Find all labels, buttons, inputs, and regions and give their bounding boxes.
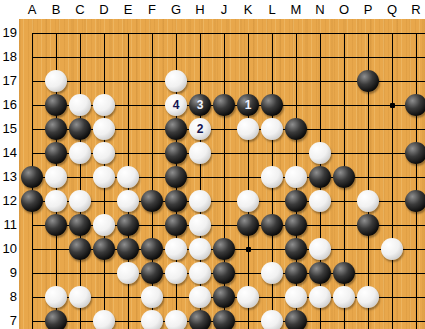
stone-black-A13[interactable]: [21, 166, 43, 188]
star-point-Q16: [390, 103, 395, 108]
stone-black-H7[interactable]: [189, 310, 211, 329]
column-label-E: E: [116, 0, 140, 19]
column-label-A: A: [20, 0, 44, 19]
stone-black-N13[interactable]: [309, 166, 331, 188]
stone-black-O9[interactable]: [333, 262, 355, 284]
stone-black-H16[interactable]: 3: [189, 94, 211, 116]
column-label-Q: Q: [380, 0, 404, 19]
stone-white-L13[interactable]: [261, 166, 283, 188]
stone-black-F9[interactable]: [141, 262, 163, 284]
stone-black-B11[interactable]: [45, 214, 67, 236]
column-label-F: F: [140, 0, 164, 19]
row-label-14: 14: [0, 141, 17, 165]
stone-white-F8[interactable]: [141, 286, 163, 308]
stone-white-E12[interactable]: [117, 190, 139, 212]
row-label-15: 15: [0, 117, 17, 141]
grid-vline-Q: [392, 33, 393, 329]
row-label-18: 18: [0, 45, 17, 69]
stone-white-D13[interactable]: [93, 166, 115, 188]
column-label-L: L: [260, 0, 284, 19]
stone-white-K12[interactable]: [237, 190, 259, 212]
stone-white-G7[interactable]: [165, 310, 187, 329]
stone-white-C8[interactable]: [69, 286, 91, 308]
grid-hline-19: [32, 33, 425, 34]
stone-white-K8[interactable]: [237, 286, 259, 308]
stone-white-E13[interactable]: [117, 166, 139, 188]
row-label-7: 7: [0, 309, 17, 329]
grid-vline-C: [80, 33, 81, 329]
stone-black-E11[interactable]: [117, 214, 139, 236]
stone-white-D11[interactable]: [93, 214, 115, 236]
stone-white-C12[interactable]: [69, 190, 91, 212]
stone-black-P17[interactable]: [357, 70, 379, 92]
stone-white-L15[interactable]: [261, 118, 283, 140]
stone-white-L9[interactable]: [261, 262, 283, 284]
stone-white-G16[interactable]: 4: [165, 94, 187, 116]
stone-white-H12[interactable]: [189, 190, 211, 212]
row-label-17: 17: [0, 69, 17, 93]
stone-black-B15[interactable]: [45, 118, 67, 140]
stone-black-G12[interactable]: [165, 190, 187, 212]
row-label-10: 10: [0, 237, 17, 261]
stone-white-B13[interactable]: [45, 166, 67, 188]
stone-black-G11[interactable]: [165, 214, 187, 236]
stone-black-M11[interactable]: [285, 214, 307, 236]
stone-white-K15[interactable]: [237, 118, 259, 140]
row-label-13: 13: [0, 165, 17, 189]
column-label-O: O: [332, 0, 356, 19]
grid-vline-K: [248, 33, 249, 329]
grid-vline-H: [200, 33, 201, 329]
stone-black-M15[interactable]: [285, 118, 307, 140]
stone-black-B7[interactable]: [45, 310, 67, 329]
stone-white-F7[interactable]: [141, 310, 163, 329]
row-label-9: 9: [0, 261, 17, 285]
stone-black-P11[interactable]: [357, 214, 379, 236]
row-label-19: 19: [0, 21, 17, 45]
stone-white-E9[interactable]: [117, 262, 139, 284]
stone-black-G13[interactable]: [165, 166, 187, 188]
stone-white-C14[interactable]: [69, 142, 91, 164]
stone-black-J7[interactable]: [213, 310, 235, 329]
stone-white-L7[interactable]: [261, 310, 283, 329]
stone-white-D7[interactable]: [93, 310, 115, 329]
stone-black-C15[interactable]: [69, 118, 91, 140]
grid-hline-18: [32, 57, 425, 58]
stone-white-G10[interactable]: [165, 238, 187, 260]
stone-black-C10[interactable]: [69, 238, 91, 260]
stone-white-O8[interactable]: [333, 286, 355, 308]
stone-black-M9[interactable]: [285, 262, 307, 284]
stone-black-J10[interactable]: [213, 238, 235, 260]
row-label-11: 11: [0, 213, 17, 237]
stone-black-L11[interactable]: [261, 214, 283, 236]
stone-black-N9[interactable]: [309, 262, 331, 284]
stone-white-N12[interactable]: [309, 190, 331, 212]
stone-white-H11[interactable]: [189, 214, 211, 236]
column-label-D: D: [92, 0, 116, 19]
stone-black-A12[interactable]: [21, 190, 43, 212]
stone-white-H14[interactable]: [189, 142, 211, 164]
stone-black-M10[interactable]: [285, 238, 307, 260]
grid-vline-J: [224, 33, 225, 329]
stone-white-P12[interactable]: [357, 190, 379, 212]
stone-black-K11[interactable]: [237, 214, 259, 236]
stone-white-N14[interactable]: [309, 142, 331, 164]
stone-white-D14[interactable]: [93, 142, 115, 164]
column-label-C: C: [68, 0, 92, 19]
row-label-12: 12: [0, 189, 17, 213]
label-corner: [0, 0, 19, 19]
stone-black-E10[interactable]: [117, 238, 139, 260]
column-label-B: B: [44, 0, 68, 19]
stone-black-R12[interactable]: [405, 190, 425, 212]
stone-white-P8[interactable]: [357, 286, 379, 308]
stone-white-B8[interactable]: [45, 286, 67, 308]
stone-white-H9[interactable]: [189, 262, 211, 284]
column-label-N: N: [308, 0, 332, 19]
column-label-K: K: [236, 0, 260, 19]
stone-black-M7[interactable]: [285, 310, 307, 329]
stone-black-G14[interactable]: [165, 142, 187, 164]
stone-white-D16[interactable]: [93, 94, 115, 116]
grid-vline-F: [152, 33, 153, 329]
stone-white-H15[interactable]: 2: [189, 118, 211, 140]
stone-white-N10[interactable]: [309, 238, 331, 260]
stone-white-G9[interactable]: [165, 262, 187, 284]
stone-black-D10[interactable]: [93, 238, 115, 260]
stone-black-B14[interactable]: [45, 142, 67, 164]
grid-vline-R: [416, 33, 417, 329]
stone-white-N8[interactable]: [309, 286, 331, 308]
stone-white-C16[interactable]: [69, 94, 91, 116]
stone-white-B17[interactable]: [45, 70, 67, 92]
stone-black-L16[interactable]: [261, 94, 283, 116]
column-label-R: R: [404, 0, 425, 19]
stone-black-R16[interactable]: [405, 94, 425, 116]
stone-black-O13[interactable]: [333, 166, 355, 188]
column-label-G: G: [164, 0, 188, 19]
stone-white-M8[interactable]: [285, 286, 307, 308]
stone-black-M12[interactable]: [285, 190, 307, 212]
stone-white-Q10[interactable]: [381, 238, 403, 260]
go-board-viewer: ABCDEFGHJKLMNOPQR 1918171615141312111098…: [0, 0, 425, 329]
stone-black-F10[interactable]: [141, 238, 163, 260]
stone-black-R14[interactable]: [405, 142, 425, 164]
row-label-16: 16: [0, 93, 17, 117]
stone-black-K16[interactable]: 1: [237, 94, 259, 116]
row-label-8: 8: [0, 285, 17, 309]
stone-black-F12[interactable]: [141, 190, 163, 212]
stone-black-B16[interactable]: [45, 94, 67, 116]
stone-white-G17[interactable]: [165, 70, 187, 92]
column-label-H: H: [188, 0, 212, 19]
stone-black-C11[interactable]: [69, 214, 91, 236]
column-label-J: J: [212, 0, 236, 19]
grid-hline-13: [32, 177, 425, 178]
column-label-M: M: [284, 0, 308, 19]
column-label-P: P: [356, 0, 380, 19]
stone-white-M13[interactable]: [285, 166, 307, 188]
stone-black-G15[interactable]: [165, 118, 187, 140]
stone-black-J8[interactable]: [213, 286, 235, 308]
stone-black-J9[interactable]: [213, 262, 235, 284]
stone-white-H8[interactable]: [189, 286, 211, 308]
stone-white-H10[interactable]: [189, 238, 211, 260]
star-point-K10: [246, 247, 251, 252]
stone-black-J16[interactable]: [213, 94, 235, 116]
stone-white-D15[interactable]: [93, 118, 115, 140]
stone-white-B12[interactable]: [45, 190, 67, 212]
